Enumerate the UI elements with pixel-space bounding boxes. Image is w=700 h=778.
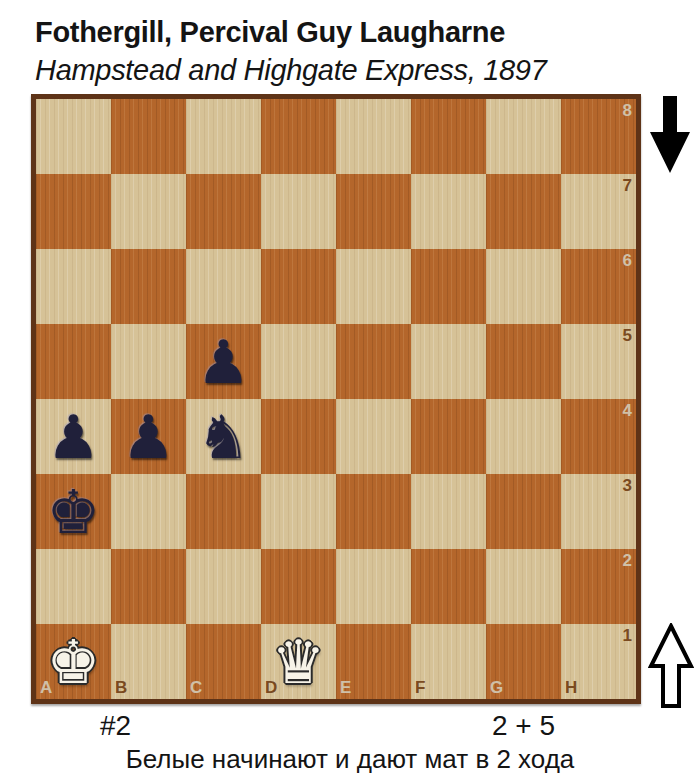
square-d8: [261, 99, 336, 174]
black-knight: ♞: [186, 399, 261, 474]
square-d5: [261, 324, 336, 399]
rank-label-8: 8: [623, 102, 632, 119]
square-c8: [186, 99, 261, 174]
square-h7: 7: [561, 174, 636, 249]
square-a1: A♚: [36, 624, 111, 699]
square-g6: [486, 249, 561, 324]
file-label-b: B: [115, 679, 127, 696]
source-year: , 1897: [468, 54, 547, 86]
caption-text: Белые начинают и дают мат в 2 хода: [0, 744, 700, 775]
square-b5: [111, 324, 186, 399]
square-g2: [486, 549, 561, 624]
square-h4: 4: [561, 399, 636, 474]
square-h5: 5: [561, 324, 636, 399]
black-pawn: ♟: [36, 399, 111, 474]
square-f4: [411, 399, 486, 474]
square-a7: [36, 174, 111, 249]
square-a8: [36, 99, 111, 174]
square-h3: 3: [561, 474, 636, 549]
material-count-label: 2 + 5: [492, 710, 555, 742]
square-e7: [336, 174, 411, 249]
square-a3: ♚: [36, 474, 111, 549]
square-g8: [486, 99, 561, 174]
square-c3: [186, 474, 261, 549]
composer-title: Fothergill, Percival Guy Laugharne: [35, 16, 505, 49]
square-f1: F: [411, 624, 486, 699]
square-h8: 8: [561, 99, 636, 174]
square-d1: D♛: [261, 624, 336, 699]
square-f7: [411, 174, 486, 249]
square-b6: [111, 249, 186, 324]
white-to-move-up-arrow-icon: [648, 623, 694, 713]
square-d4: [261, 399, 336, 474]
square-a6: [36, 249, 111, 324]
square-c7: [186, 174, 261, 249]
rank-label-3: 3: [623, 477, 632, 494]
square-e3: [336, 474, 411, 549]
chess-board: 876♟5♟♟♞4♚32A♚BCD♛EFG1H: [31, 94, 641, 704]
square-b1: B: [111, 624, 186, 699]
square-h6: 6: [561, 249, 636, 324]
square-e4: [336, 399, 411, 474]
square-c1: C: [186, 624, 261, 699]
square-d7: [261, 174, 336, 249]
square-f3: [411, 474, 486, 549]
square-e6: [336, 249, 411, 324]
rank-label-2: 2: [623, 552, 632, 569]
square-f5: [411, 324, 486, 399]
square-h1: 1H: [561, 624, 636, 699]
square-f8: [411, 99, 486, 174]
black-pawn: ♟: [186, 324, 261, 399]
source-subtitle: Hampstead and Highgate Express, 1897: [35, 54, 547, 87]
square-b8: [111, 99, 186, 174]
white-king: ♚: [36, 624, 111, 699]
source-name: Hampstead and Highgate Express: [35, 54, 468, 86]
stipulation-label: #2: [100, 710, 131, 742]
rank-label-1: 1: [623, 627, 632, 644]
rank-label-4: 4: [623, 402, 632, 419]
square-a5: [36, 324, 111, 399]
white-queen: ♛: [261, 624, 336, 699]
rank-label-6: 6: [623, 252, 632, 269]
square-b3: [111, 474, 186, 549]
square-c2: [186, 549, 261, 624]
file-label-g: G: [490, 679, 503, 696]
rank-label-5: 5: [623, 327, 632, 344]
square-b4: ♟: [111, 399, 186, 474]
square-b2: [111, 549, 186, 624]
square-g5: [486, 324, 561, 399]
square-g1: G: [486, 624, 561, 699]
black-pawn: ♟: [111, 399, 186, 474]
square-g4: [486, 399, 561, 474]
square-b7: [111, 174, 186, 249]
file-label-f: F: [415, 679, 425, 696]
file-label-h: H: [565, 679, 577, 696]
square-g7: [486, 174, 561, 249]
square-e1: E: [336, 624, 411, 699]
square-c6: [186, 249, 261, 324]
rank-label-7: 7: [623, 177, 632, 194]
square-e5: [336, 324, 411, 399]
file-label-e: E: [340, 679, 351, 696]
square-c4: ♞: [186, 399, 261, 474]
square-a4: ♟: [36, 399, 111, 474]
square-g3: [486, 474, 561, 549]
square-h2: 2: [561, 549, 636, 624]
black-to-move-down-arrow-icon: [648, 96, 692, 178]
black-king: ♚: [36, 474, 111, 549]
square-d6: [261, 249, 336, 324]
square-e2: [336, 549, 411, 624]
square-d3: [261, 474, 336, 549]
square-e8: [336, 99, 411, 174]
square-a2: [36, 549, 111, 624]
square-f2: [411, 549, 486, 624]
square-c5: ♟: [186, 324, 261, 399]
square-f6: [411, 249, 486, 324]
file-label-c: C: [190, 679, 202, 696]
square-d2: [261, 549, 336, 624]
